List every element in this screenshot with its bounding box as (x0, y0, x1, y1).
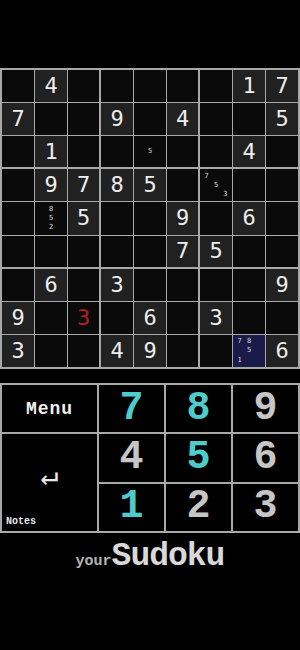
cell-r2c5[interactable] (134, 103, 166, 135)
cell-r3c1[interactable] (2, 136, 34, 168)
cell-r8c9[interactable] (266, 302, 298, 334)
cell-value: 6 (242, 207, 255, 229)
cell-value: 6 (44, 274, 57, 296)
cell-r5c9[interactable] (266, 202, 298, 234)
cell-r3c3[interactable] (68, 136, 100, 168)
cell-r5c4[interactable] (101, 202, 133, 234)
cell-r3c2[interactable]: 1 (35, 136, 67, 168)
cell-r7c2[interactable]: 6 (35, 269, 67, 301)
cell-r9c1[interactable]: 3 (2, 335, 34, 367)
cell-value: 7 (275, 75, 288, 97)
sudoku-board: 4177945154978575385259675639936334978516 (0, 68, 300, 369)
note-digit: 1 (235, 356, 244, 365)
pencil-notes: 852 (35, 202, 67, 234)
note-digit (37, 214, 46, 223)
logo-name: Sudoku (112, 538, 225, 575)
cell-r6c2[interactable] (35, 236, 67, 268)
cell-r3c4[interactable] (101, 136, 133, 168)
app-logo: yourSudoku (0, 538, 300, 588)
note-digit (136, 156, 145, 165)
cell-r3c9[interactable] (266, 136, 298, 168)
cell-r4c8[interactable] (233, 169, 265, 201)
cell-value: 5 (209, 240, 222, 262)
cell-value: 4 (176, 108, 189, 130)
cell-value: 7 (11, 108, 24, 130)
note-digit (145, 156, 154, 165)
keypad-digit-6[interactable]: 6 (233, 434, 298, 481)
cell-r6c6[interactable]: 7 (167, 236, 199, 268)
note-digit (202, 190, 211, 199)
cell-r1c2[interactable]: 4 (35, 70, 67, 102)
cell-r9c4[interactable]: 4 (101, 335, 133, 367)
note-digit: 5 (244, 346, 253, 355)
cell-value: 1 (242, 75, 255, 97)
cell-r2c7[interactable] (200, 103, 232, 135)
cell-r6c9[interactable] (266, 236, 298, 268)
cell-r6c4[interactable] (101, 236, 133, 268)
cell-r2c4[interactable]: 9 (101, 103, 133, 135)
note-digit (56, 223, 65, 232)
cell-r2c9[interactable]: 5 (266, 103, 298, 135)
keypad-digit-5[interactable]: 5 (166, 434, 231, 481)
cell-r2c8[interactable] (233, 103, 265, 135)
cell-r7c5[interactable] (134, 269, 166, 301)
cell-r6c3[interactable] (68, 236, 100, 268)
cell-value: 9 (11, 307, 24, 329)
cell-r6c1[interactable] (2, 236, 34, 268)
cell-r1c3[interactable] (68, 70, 100, 102)
note-digit (254, 356, 263, 365)
note-digit: 5 (211, 181, 220, 190)
cell-r5c2[interactable]: 852 (35, 202, 67, 234)
note-digit (221, 171, 230, 180)
cell-r8c1[interactable]: 9 (2, 302, 34, 334)
pencil-notes: 7851 (233, 335, 265, 367)
note-digit (136, 138, 145, 147)
cell-r5c6[interactable]: 9 (167, 202, 199, 234)
cell-r1c4[interactable] (101, 70, 133, 102)
keypad-digit-3[interactable]: 3 (233, 484, 298, 531)
cell-r9c8[interactable]: 7851 (233, 335, 265, 367)
keypad-digit-7[interactable]: 7 (99, 385, 164, 432)
cell-r3c7[interactable] (200, 136, 232, 168)
cell-r4c3[interactable]: 7 (68, 169, 100, 201)
note-digit: 5 (145, 147, 154, 156)
cell-r1c6[interactable] (167, 70, 199, 102)
cell-value: 6 (143, 307, 156, 329)
cell-r4c6[interactable] (167, 169, 199, 201)
cell-r4c1[interactable] (2, 169, 34, 201)
cell-r9c9[interactable]: 6 (266, 335, 298, 367)
cell-r6c5[interactable] (134, 236, 166, 268)
cell-r4c9[interactable] (266, 169, 298, 201)
cell-r9c2[interactable] (35, 335, 67, 367)
cell-value: 8 (110, 174, 123, 196)
notes-button-label: Notes (6, 516, 36, 527)
cell-r3c8[interactable]: 4 (233, 136, 265, 168)
pencil-notes: 5 (134, 136, 166, 167)
cell-r3c6[interactable] (167, 136, 199, 168)
cell-r4c7[interactable]: 753 (200, 169, 232, 201)
note-digit: 8 (244, 337, 253, 346)
keypad-digit-9[interactable]: 9 (233, 385, 298, 432)
note-digit (37, 223, 46, 232)
cell-r1c1[interactable] (2, 70, 34, 102)
keypad: Menu ↵ Notes 789456123 (0, 383, 300, 533)
cell-r7c3[interactable] (68, 269, 100, 301)
cell-value: 6 (275, 340, 288, 362)
cell-r3c5[interactable]: 5 (134, 136, 166, 168)
keypad-digit-4[interactable]: 4 (99, 434, 164, 481)
keypad-digit-8[interactable]: 8 (166, 385, 231, 432)
cell-r8c5[interactable]: 6 (134, 302, 166, 334)
cell-r1c9[interactable]: 7 (266, 70, 298, 102)
cell-value: 3 (11, 340, 24, 362)
cell-value: 9 (176, 207, 189, 229)
cell-value: 9 (44, 174, 57, 196)
cell-r8c8[interactable] (233, 302, 265, 334)
cell-value: 7 (176, 240, 189, 262)
note-digit (136, 147, 145, 156)
note-digit (221, 181, 230, 190)
note-digit (202, 181, 211, 190)
cell-r4c4[interactable]: 8 (101, 169, 133, 201)
note-digit (254, 337, 263, 346)
cell-value: 4 (242, 141, 255, 163)
cell-r9c5[interactable]: 9 (134, 335, 166, 367)
cell-value: 9 (275, 274, 288, 296)
cell-r6c7[interactable]: 5 (200, 236, 232, 268)
cell-r9c7[interactable] (200, 335, 232, 367)
sudoku-app: 4177945154978575385259675639936334978516… (0, 0, 300, 650)
cell-r7c7[interactable] (200, 269, 232, 301)
menu-button[interactable]: Menu (2, 385, 97, 432)
cell-r4c2[interactable]: 9 (35, 169, 67, 201)
keypad-digit-2[interactable]: 2 (166, 484, 231, 531)
cell-r1c8[interactable]: 1 (233, 70, 265, 102)
logo-prefix: your (76, 553, 112, 570)
cell-value: 3 (209, 307, 222, 329)
note-digit (56, 204, 65, 213)
cell-r2c3[interactable] (68, 103, 100, 135)
note-digit (235, 346, 244, 355)
note-digit: 8 (46, 204, 55, 213)
cell-r5c8[interactable]: 6 (233, 202, 265, 234)
cell-r7c4[interactable]: 3 (101, 269, 133, 301)
note-digit (211, 190, 220, 199)
cell-r7c6[interactable] (167, 269, 199, 301)
cell-r7c8[interactable] (233, 269, 265, 301)
cell-r5c7[interactable] (200, 202, 232, 234)
note-digit: 5 (46, 214, 55, 223)
cell-r1c5[interactable] (134, 70, 166, 102)
note-digit: 3 (221, 190, 230, 199)
cell-r2c6[interactable]: 4 (167, 103, 199, 135)
cell-value: 7 (77, 174, 90, 196)
cell-r5c5[interactable] (134, 202, 166, 234)
note-digit (254, 346, 263, 355)
cell-r8c6[interactable] (167, 302, 199, 334)
keypad-digit-1[interactable]: 1 (99, 484, 164, 531)
cell-value: 9 (110, 108, 123, 130)
cell-r9c6[interactable] (167, 335, 199, 367)
note-digit (211, 171, 220, 180)
pencil-notes: 753 (200, 169, 232, 201)
cell-r6c8[interactable] (233, 236, 265, 268)
cell-r9c3[interactable] (68, 335, 100, 367)
cell-r8c7[interactable]: 3 (200, 302, 232, 334)
note-digit (155, 147, 164, 156)
cell-value: 5 (77, 207, 90, 229)
cell-value: 9 (143, 340, 156, 362)
cell-value: 4 (110, 340, 123, 362)
note-digit: 7 (235, 337, 244, 346)
note-digit: 7 (202, 171, 211, 180)
note-digit (244, 356, 253, 365)
cell-r2c1[interactable]: 7 (2, 103, 34, 135)
note-digit (37, 204, 46, 213)
cell-r5c1[interactable] (2, 202, 34, 234)
cell-value: 3 (110, 274, 123, 296)
cell-r7c9[interactable]: 9 (266, 269, 298, 301)
note-digit (155, 156, 164, 165)
cell-r4c5[interactable]: 5 (134, 169, 166, 201)
notes-button[interactable]: ↵ Notes (2, 434, 97, 531)
return-icon: ↵ (40, 462, 58, 492)
note-digit (56, 214, 65, 223)
cell-value: 5 (143, 174, 156, 196)
cell-r2c2[interactable] (35, 103, 67, 135)
note-digit (145, 138, 154, 147)
cell-r8c3[interactable]: 3 (68, 302, 100, 334)
note-digit: 2 (46, 223, 55, 232)
cell-r1c7[interactable] (200, 70, 232, 102)
cell-r5c3[interactable]: 5 (68, 202, 100, 234)
cell-value: 5 (275, 108, 288, 130)
cell-r8c2[interactable] (35, 302, 67, 334)
cell-value: 1 (44, 141, 57, 163)
note-digit (155, 138, 164, 147)
cell-value: 4 (44, 75, 57, 97)
cell-value-error: 3 (77, 307, 90, 329)
cell-r8c4[interactable] (101, 302, 133, 334)
cell-r7c1[interactable] (2, 269, 34, 301)
